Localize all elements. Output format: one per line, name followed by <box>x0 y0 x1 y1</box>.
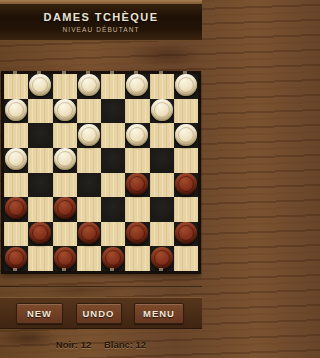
status-bar: Noir: 12 Blanc: 12 <box>0 339 202 350</box>
title-band: DAMES TCHÈQUE NIVEAU DÉBUTANT <box>0 4 202 41</box>
new-game-button[interactable]: NEW <box>16 303 63 324</box>
square-b1 <box>28 246 52 271</box>
square-g6 <box>150 123 174 148</box>
square-f1 <box>125 246 149 271</box>
square-e6 <box>101 123 125 148</box>
square-d5 <box>77 148 101 173</box>
square-b3 <box>28 197 52 222</box>
red-piece[interactable] <box>126 173 148 195</box>
checkers-board <box>1 71 201 274</box>
white-piece[interactable] <box>5 99 27 121</box>
square-g2 <box>150 222 174 247</box>
menu-button[interactable]: MENU <box>134 303 184 324</box>
square-g8 <box>150 74 174 99</box>
white-count: Blanc: 12 <box>104 339 146 350</box>
red-piece[interactable] <box>54 247 76 269</box>
red-piece[interactable] <box>78 222 100 244</box>
white-piece[interactable] <box>78 74 100 96</box>
square-e2 <box>101 222 125 247</box>
square-b7 <box>28 99 52 124</box>
square-d8[interactable] <box>77 74 101 99</box>
undo-button[interactable]: UNDO <box>76 303 122 324</box>
square-c4 <box>53 173 77 198</box>
white-piece[interactable] <box>5 148 27 170</box>
square-h3 <box>174 197 198 222</box>
square-f6[interactable] <box>125 123 149 148</box>
square-b5 <box>28 148 52 173</box>
square-b4[interactable] <box>28 173 52 198</box>
square-d3 <box>77 197 101 222</box>
white-piece[interactable] <box>175 74 197 96</box>
square-c5[interactable] <box>53 148 77 173</box>
white-piece[interactable] <box>29 74 51 96</box>
toolbar: NEW UNDO MENU <box>0 297 202 329</box>
square-b6[interactable] <box>28 123 52 148</box>
white-piece[interactable] <box>151 99 173 121</box>
square-a4 <box>4 173 28 198</box>
square-b8[interactable] <box>28 74 52 99</box>
square-f4[interactable] <box>125 173 149 198</box>
square-f5 <box>125 148 149 173</box>
red-piece[interactable] <box>5 197 27 219</box>
white-piece[interactable] <box>78 124 100 146</box>
red-piece[interactable] <box>175 222 197 244</box>
square-e1[interactable] <box>101 246 125 271</box>
square-b2[interactable] <box>28 222 52 247</box>
square-h4[interactable] <box>174 173 198 198</box>
square-h2[interactable] <box>174 222 198 247</box>
square-e8 <box>101 74 125 99</box>
square-e4 <box>101 173 125 198</box>
square-f3 <box>125 197 149 222</box>
square-a1[interactable] <box>4 246 28 271</box>
square-a6 <box>4 123 28 148</box>
square-c8 <box>53 74 77 99</box>
square-d6[interactable] <box>77 123 101 148</box>
square-c1[interactable] <box>53 246 77 271</box>
square-h6[interactable] <box>174 123 198 148</box>
red-piece[interactable] <box>151 247 173 269</box>
square-g5[interactable] <box>150 148 174 173</box>
square-f2[interactable] <box>125 222 149 247</box>
square-g4 <box>150 173 174 198</box>
square-h1 <box>174 246 198 271</box>
square-g3[interactable] <box>150 197 174 222</box>
red-piece[interactable] <box>126 222 148 244</box>
square-f8[interactable] <box>125 74 149 99</box>
square-f7 <box>125 99 149 124</box>
square-h7 <box>174 99 198 124</box>
square-c2 <box>53 222 77 247</box>
square-d4[interactable] <box>77 173 101 198</box>
white-piece[interactable] <box>175 124 197 146</box>
square-a3[interactable] <box>4 197 28 222</box>
black-count: Noir: 12 <box>56 339 91 350</box>
red-piece[interactable] <box>54 197 76 219</box>
square-g1[interactable] <box>150 246 174 271</box>
difficulty-label: NIVEAU DÉBUTANT <box>62 26 139 33</box>
square-c3[interactable] <box>53 197 77 222</box>
square-e7[interactable] <box>101 99 125 124</box>
wood-plank-divider <box>0 286 202 288</box>
white-piece[interactable] <box>54 148 76 170</box>
white-piece[interactable] <box>54 99 76 121</box>
red-piece[interactable] <box>102 247 124 269</box>
square-a5[interactable] <box>4 148 28 173</box>
white-piece[interactable] <box>126 74 148 96</box>
red-piece[interactable] <box>175 173 197 195</box>
square-d7 <box>77 99 101 124</box>
red-piece[interactable] <box>29 222 51 244</box>
page-title: DAMES TCHÈQUE <box>44 12 159 23</box>
red-piece[interactable] <box>5 247 27 269</box>
square-c7[interactable] <box>53 99 77 124</box>
square-d1 <box>77 246 101 271</box>
square-e3[interactable] <box>101 197 125 222</box>
square-h5 <box>174 148 198 173</box>
square-a2 <box>4 222 28 247</box>
square-a7[interactable] <box>4 99 28 124</box>
square-g7[interactable] <box>150 99 174 124</box>
white-piece[interactable] <box>126 124 148 146</box>
square-c6 <box>53 123 77 148</box>
square-e5[interactable] <box>101 148 125 173</box>
square-d2[interactable] <box>77 222 101 247</box>
square-a8 <box>4 74 28 99</box>
square-h8[interactable] <box>174 74 198 99</box>
